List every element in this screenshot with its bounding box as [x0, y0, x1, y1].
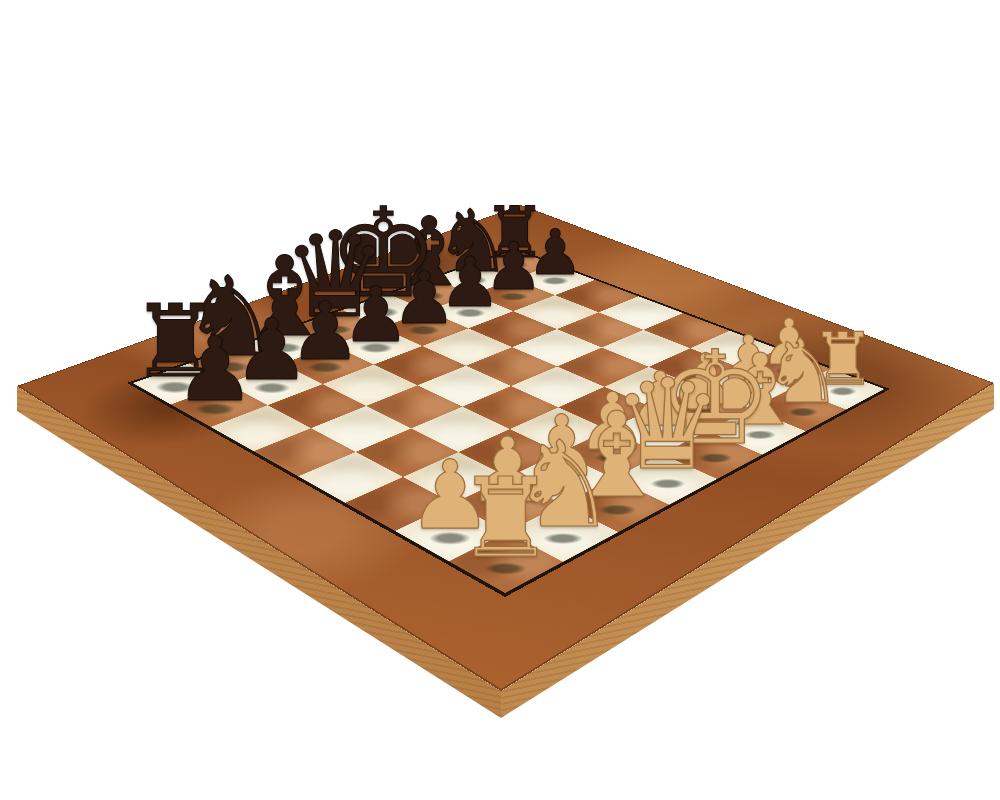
pieces-layer: ♜♞♟♝♟♚♟♛♟♝♟♞♟♟♜♟♟♜♟♟♞♟♝♟♚♟♛♟♝♟♞♜ — [0, 0, 1000, 800]
piece-black-pawn-a7: ♟ — [175, 325, 255, 414]
piece-white-rook-a1: ♜ — [457, 464, 555, 574]
chess-set-photo: ♜♞♟♝♟♚♟♛♟♝♟♞♟♟♜♟♟♜♟♟♞♟♝♟♚♟♛♟♝♟♞♜ — [0, 0, 1000, 800]
